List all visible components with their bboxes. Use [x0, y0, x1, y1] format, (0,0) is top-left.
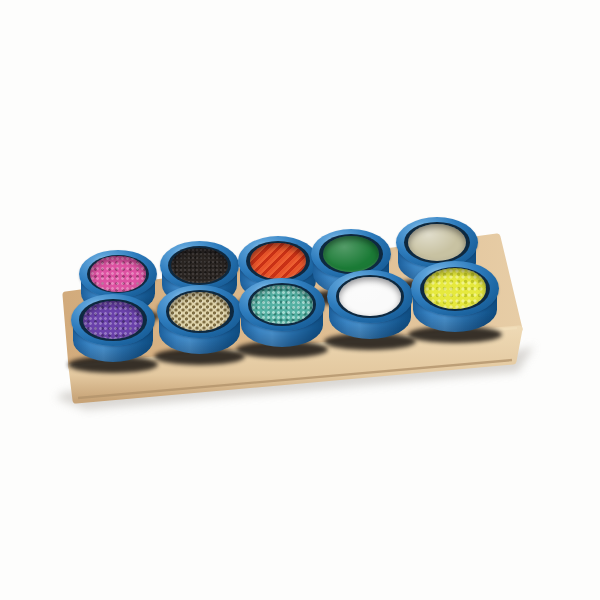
product-photo-scene: [0, 0, 600, 600]
texture-pad-teal: [251, 285, 312, 324]
texture-cylinder-tan-mesh[interactable]: [157, 285, 242, 360]
texture-pad-white: [339, 277, 400, 316]
texture-pad-purple: [83, 301, 143, 339]
texture-cylinder-yellow[interactable]: [411, 261, 499, 338]
texture-pad-yellow: [424, 268, 486, 308]
texture-pad-black: [171, 248, 227, 284]
texture-cylinder-purple[interactable]: [71, 294, 155, 368]
texture-pad-tan-mesh: [169, 292, 229, 331]
texture-pad-pink: [90, 256, 145, 291]
texture-cylinder-teal[interactable]: [239, 278, 325, 353]
texture-cylinder-white[interactable]: [327, 270, 413, 345]
texture-pad-beige: [408, 224, 466, 261]
